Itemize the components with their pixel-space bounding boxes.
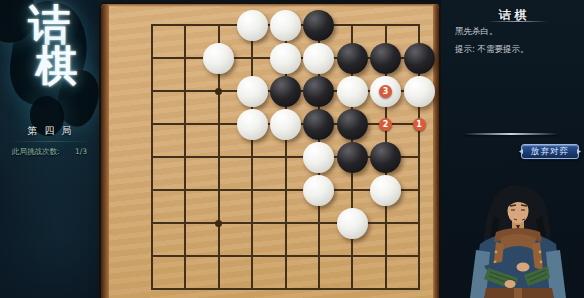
puzzle-hint: 提示: 不需要提示。: [455, 44, 529, 56]
black-stone: [303, 10, 334, 41]
black-stone: [337, 142, 368, 173]
white-stone: [203, 43, 234, 74]
white-stone: [270, 109, 301, 140]
white-stone: [237, 76, 268, 107]
black-stone: [303, 76, 334, 107]
sidebar-divider: [8, 141, 92, 142]
white-stone: [237, 10, 268, 41]
puzzle-objective: 黑先杀白。: [455, 26, 498, 38]
grid-line-horizontal: [151, 255, 420, 257]
character-portrait: [434, 180, 584, 298]
black-stone: [303, 109, 334, 140]
white-stone: [303, 142, 334, 173]
white-stone: [270, 10, 301, 41]
grid-line-horizontal: [151, 288, 420, 290]
move-marker-2: 2: [379, 118, 392, 131]
black-stone: [270, 76, 301, 107]
black-stone: [337, 109, 368, 140]
black-stone: [370, 142, 401, 173]
panel-divider: [464, 133, 558, 135]
white-stone: [337, 208, 368, 239]
grid-line-horizontal: [151, 222, 420, 224]
move-marker-3: 3: [379, 85, 392, 98]
info-panel: 诘棋 黑先杀白。 提示: 不需要提示。 放弃对弈: [441, 0, 584, 298]
go-board[interactable]: 321: [99, 2, 441, 298]
tsumego-calligraphy-title: 诘 棋: [0, 4, 99, 86]
white-stone: [237, 109, 268, 140]
panel-title-underline: [488, 21, 548, 22]
round-label: 第四局: [0, 124, 99, 138]
black-stone: [337, 43, 368, 74]
white-stone: [303, 175, 334, 206]
black-stone: [370, 43, 401, 74]
sidebar: 诘 棋 第四局 此局挑战次数: 1/3: [0, 0, 99, 298]
move-marker-1: 1: [413, 118, 426, 131]
calligraphy-char-2: 棋: [14, 45, 99, 86]
white-stone: [337, 76, 368, 107]
star-point: [215, 220, 222, 227]
give-up-button[interactable]: 放弃对弈: [521, 144, 579, 159]
attempts-label: 此局挑战次数:: [12, 147, 60, 156]
attempts-value: 1/3: [75, 147, 87, 156]
white-stone: [303, 43, 334, 74]
white-stone: [270, 43, 301, 74]
attempts-row: 此局挑战次数: 1/3: [0, 147, 99, 157]
white-stone: [370, 175, 401, 206]
board-grid[interactable]: 321: [101, 4, 439, 298]
black-stone: [404, 43, 435, 74]
star-point: [215, 88, 222, 95]
white-stone: [404, 76, 435, 107]
game-screen: 诘 棋 第四局 此局挑战次数: 1/3 321 诘棋 黑先杀白。 提示: 不需要…: [0, 0, 584, 298]
